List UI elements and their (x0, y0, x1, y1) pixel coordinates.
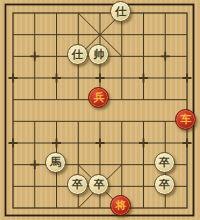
board-cell[interactable] (176, 132, 198, 154)
board-cell[interactable] (2, 67, 24, 89)
board-cell[interactable] (24, 2, 46, 24)
board-cell[interactable] (46, 2, 68, 24)
board-cell[interactable]: 仕 (67, 46, 89, 68)
board-cell[interactable] (133, 2, 155, 24)
board-cell[interactable] (46, 110, 68, 132)
board-cell[interactable] (154, 46, 176, 68)
board-cell[interactable] (89, 132, 111, 154)
board-cell[interactable] (67, 197, 89, 219)
piece-ivory-advisor[interactable]: 仕 (110, 1, 131, 22)
board-cell[interactable] (2, 2, 24, 24)
board-cell[interactable] (2, 132, 24, 154)
board-cell[interactable] (111, 110, 133, 132)
board-cell[interactable] (2, 175, 24, 197)
board-cell[interactable] (154, 24, 176, 46)
board-cell[interactable] (2, 24, 24, 46)
board-cell[interactable] (89, 24, 111, 46)
board-cell[interactable] (46, 132, 68, 154)
piece-red-pawn[interactable]: 兵 (88, 87, 109, 108)
board-cell[interactable]: 车 (176, 110, 198, 132)
board-cell[interactable]: 卒 (89, 175, 111, 197)
board-cell[interactable] (133, 154, 155, 176)
board-cell[interactable] (111, 24, 133, 46)
piece-red-rook[interactable]: 车 (175, 109, 196, 130)
board-cell[interactable] (2, 89, 24, 111)
board-cell[interactable] (176, 154, 198, 176)
board-cell[interactable] (46, 67, 68, 89)
board-cell[interactable] (176, 67, 198, 89)
board-cell[interactable] (176, 175, 198, 197)
board-cell[interactable] (67, 110, 89, 132)
piece-grid: 仕仕帅兵车馬卒卒卒卒将 (2, 2, 198, 219)
board-cell[interactable] (24, 110, 46, 132)
board-cell[interactable] (111, 67, 133, 89)
board-cell[interactable] (133, 89, 155, 111)
board-cell[interactable] (111, 89, 133, 111)
board-cell[interactable]: 馬 (46, 154, 68, 176)
board-cell[interactable] (154, 89, 176, 111)
board-cell[interactable] (24, 46, 46, 68)
board-cell[interactable] (24, 67, 46, 89)
board-cell[interactable] (111, 175, 133, 197)
board-cell[interactable] (133, 67, 155, 89)
board-cell[interactable] (24, 175, 46, 197)
board-cell[interactable] (176, 24, 198, 46)
board-cell[interactable] (24, 89, 46, 111)
board-cell[interactable] (133, 110, 155, 132)
board-cell[interactable] (67, 89, 89, 111)
piece-ivory-pawn[interactable]: 卒 (154, 174, 175, 195)
board-cell[interactable]: 卒 (154, 154, 176, 176)
board-cell[interactable] (89, 110, 111, 132)
board-cell[interactable] (46, 24, 68, 46)
piece-ivory-horse[interactable]: 馬 (45, 152, 66, 173)
board-cell[interactable] (67, 132, 89, 154)
board-cell[interactable]: 仕 (111, 2, 133, 24)
board-cell[interactable] (154, 67, 176, 89)
board-cell[interactable] (24, 132, 46, 154)
board-cell[interactable] (133, 132, 155, 154)
board-cell[interactable] (67, 67, 89, 89)
board-cell[interactable] (24, 24, 46, 46)
piece-ivory-pawn[interactable]: 卒 (67, 174, 88, 195)
board-cell[interactable] (154, 197, 176, 219)
board-cell[interactable] (176, 197, 198, 219)
board-cell[interactable] (111, 132, 133, 154)
piece-ivory-pawn[interactable]: 卒 (154, 152, 175, 173)
board-cell[interactable] (2, 197, 24, 219)
board-cell[interactable] (67, 24, 89, 46)
board-cell[interactable]: 兵 (89, 89, 111, 111)
board-cell[interactable]: 卒 (154, 175, 176, 197)
board-cell[interactable] (154, 132, 176, 154)
board-cell[interactable] (46, 175, 68, 197)
board-cell[interactable] (133, 24, 155, 46)
board-cell[interactable] (133, 46, 155, 68)
board-cell[interactable] (24, 154, 46, 176)
board-cell[interactable] (2, 154, 24, 176)
board-cell[interactable] (133, 197, 155, 219)
piece-ivory-pawn[interactable]: 卒 (88, 174, 109, 195)
board-cell[interactable] (154, 2, 176, 24)
piece-red-king[interactable]: 将 (110, 195, 131, 216)
board-cell[interactable] (154, 110, 176, 132)
board-cell[interactable] (67, 2, 89, 24)
board-cell[interactable] (176, 46, 198, 68)
board-cell[interactable] (24, 197, 46, 219)
board-cell[interactable] (67, 154, 89, 176)
board-cell[interactable] (176, 2, 198, 24)
board-cell[interactable] (89, 2, 111, 24)
board-cell[interactable] (89, 154, 111, 176)
board-cell[interactable] (89, 197, 111, 219)
board-cell[interactable] (89, 67, 111, 89)
piece-ivory-advisor[interactable]: 仕 (67, 44, 88, 65)
board-cell[interactable] (46, 89, 68, 111)
board-cell[interactable] (133, 175, 155, 197)
board-cell[interactable]: 帅 (89, 46, 111, 68)
board-cell[interactable] (2, 110, 24, 132)
board-cell[interactable]: 将 (111, 197, 133, 219)
piece-ivory-king[interactable]: 帅 (88, 44, 109, 65)
xiangqi-board: 仕仕帅兵车馬卒卒卒卒将 (0, 0, 200, 220)
board-cell[interactable]: 卒 (67, 175, 89, 197)
board-cell[interactable] (111, 154, 133, 176)
board-cell[interactable] (46, 46, 68, 68)
board-cell[interactable] (46, 197, 68, 219)
board-cell[interactable] (176, 89, 198, 111)
board-cell[interactable] (111, 46, 133, 68)
board-cell[interactable] (2, 46, 24, 68)
